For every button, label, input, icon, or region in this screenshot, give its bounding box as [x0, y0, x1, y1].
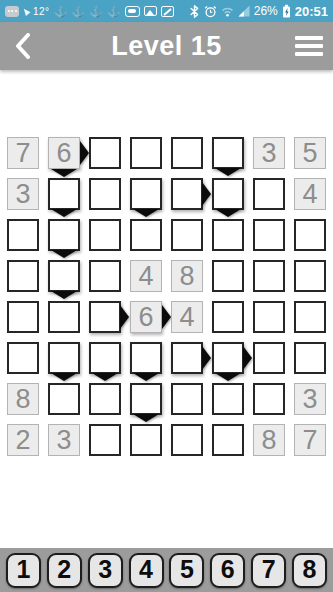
- cell-r7c6[interactable]: [212, 383, 244, 415]
- cell-r1c3[interactable]: [89, 137, 121, 169]
- cell-r7c2[interactable]: [48, 383, 80, 415]
- inequality-right-arrow: [202, 182, 211, 206]
- cell-r1c2: 6: [48, 137, 80, 169]
- cell-r5c8[interactable]: [294, 301, 326, 333]
- status-bar: 12°: [0, 0, 333, 22]
- number-button-7[interactable]: 7: [251, 553, 286, 588]
- cell-value: 2: [15, 427, 30, 454]
- inequality-right-arrow: [243, 346, 252, 370]
- cell-r5c6[interactable]: [212, 301, 244, 333]
- cell-r4c7[interactable]: [253, 260, 285, 292]
- alarm-icon: [204, 5, 217, 18]
- cell-r4c6[interactable]: [212, 260, 244, 292]
- anchor-icon: [71, 6, 85, 17]
- chat-notification-icon: [5, 6, 19, 17]
- cell-r3c8[interactable]: [294, 219, 326, 251]
- inequality-down-arrow: [133, 209, 159, 217]
- cell-r1c4[interactable]: [130, 137, 162, 169]
- cell-r2c4[interactable]: [130, 178, 162, 210]
- phone-screen: 12°: [0, 0, 333, 592]
- screenshot-icon: [125, 6, 140, 17]
- cell-r6c4[interactable]: [130, 342, 162, 374]
- wifi-icon: [221, 6, 234, 17]
- gallery-icon: [144, 6, 157, 16]
- number-button-6[interactable]: 6: [210, 553, 245, 588]
- cell-r6c6[interactable]: [212, 342, 244, 374]
- cell-value: 5: [302, 140, 317, 167]
- cell-r2c8: 4: [294, 178, 326, 210]
- bluetooth-icon: [189, 5, 200, 18]
- inequality-down-arrow: [51, 250, 77, 258]
- number-button-2[interactable]: 2: [47, 553, 82, 588]
- number-button-4[interactable]: 4: [129, 553, 164, 588]
- cell-r7c4[interactable]: [130, 383, 162, 415]
- cell-r4c2[interactable]: [48, 260, 80, 292]
- cell-r4c5: 8: [171, 260, 203, 292]
- cell-r3c4[interactable]: [130, 219, 162, 251]
- cell-r1c6[interactable]: [212, 137, 244, 169]
- battery-percent: 26%: [254, 4, 278, 18]
- status-bar-left: 12°: [5, 6, 174, 17]
- cell-r2c7[interactable]: [253, 178, 285, 210]
- cell-r4c3[interactable]: [89, 260, 121, 292]
- inequality-down-arrow: [215, 209, 241, 217]
- app-header: Level 15: [0, 22, 333, 70]
- cell-value: 3: [261, 140, 276, 167]
- cell-r3c2[interactable]: [48, 219, 80, 251]
- number-button-1[interactable]: 1: [6, 553, 41, 588]
- cellular-signal-icon: [238, 5, 250, 17]
- cell-r8c2: 3: [48, 424, 80, 456]
- cell-value: 4: [138, 263, 153, 290]
- cell-value: 7: [302, 427, 317, 454]
- cell-r6c3[interactable]: [89, 342, 121, 374]
- anchor-icon: [89, 6, 103, 17]
- cell-r7c1: 8: [7, 383, 39, 415]
- inequality-down-arrow: [51, 373, 77, 381]
- cell-r2c5[interactable]: [171, 178, 203, 210]
- nav-arrow-icon: [21, 6, 30, 15]
- status-bar-right: 26% 20:51: [189, 4, 328, 19]
- cell-r5c3[interactable]: [89, 301, 121, 333]
- cell-value: 8: [15, 386, 30, 413]
- cell-r3c7[interactable]: [253, 219, 285, 251]
- cell-r4c8[interactable]: [294, 260, 326, 292]
- cell-r6c8[interactable]: [294, 342, 326, 374]
- inequality-down-arrow: [92, 373, 118, 381]
- cell-r8c3[interactable]: [89, 424, 121, 456]
- cell-r3c3[interactable]: [89, 219, 121, 251]
- number-button-8[interactable]: 8: [292, 553, 327, 588]
- anchor-icon: [107, 6, 121, 17]
- menu-button[interactable]: [285, 22, 333, 70]
- cell-value: 8: [179, 263, 194, 290]
- cell-value: 3: [56, 427, 71, 454]
- cell-value: 8: [261, 427, 276, 454]
- cell-r6c7[interactable]: [253, 342, 285, 374]
- temperature-label: 12°: [33, 6, 50, 17]
- cell-r6c5[interactable]: [171, 342, 203, 374]
- inequality-down-arrow: [215, 168, 241, 176]
- inequality-right-arrow: [202, 346, 211, 370]
- cell-r2c6[interactable]: [212, 178, 244, 210]
- number-button-5[interactable]: 5: [169, 553, 204, 588]
- cell-r2c1: 3: [7, 178, 39, 210]
- menu-icon: [295, 36, 323, 40]
- number-button-3[interactable]: 3: [88, 553, 123, 588]
- cell-value: 4: [302, 181, 317, 208]
- inequality-down-arrow: [51, 169, 77, 177]
- inequality-down-arrow: [51, 291, 77, 299]
- inequality-down-arrow: [133, 373, 159, 381]
- inequality-down-arrow: [215, 373, 241, 381]
- cell-r7c3[interactable]: [89, 383, 121, 415]
- cell-r5c2[interactable]: [48, 301, 80, 333]
- cell-r8c8: 7: [294, 424, 326, 456]
- inequality-down-arrow: [133, 414, 159, 422]
- cell-value: 4: [179, 304, 194, 331]
- cell-r5c7[interactable]: [253, 301, 285, 333]
- cell-r8c4[interactable]: [130, 424, 162, 456]
- cell-r6c2[interactable]: [48, 342, 80, 374]
- cell-r1c7: 3: [253, 137, 285, 169]
- cell-r4c4: 4: [130, 260, 162, 292]
- inequality-right-arrow: [162, 305, 171, 329]
- cell-value: 3: [15, 181, 30, 208]
- cell-r5c4: 6: [130, 301, 162, 333]
- cell-r2c3[interactable]: [89, 178, 121, 210]
- cell-r2c2[interactable]: [48, 178, 80, 210]
- number-pad: 12345678: [0, 548, 333, 592]
- cell-r1c1: 7: [7, 137, 39, 169]
- anchor-icon: [54, 6, 68, 17]
- back-button[interactable]: [0, 22, 46, 70]
- cell-r3c6[interactable]: [212, 219, 244, 251]
- cell-r4c1[interactable]: [7, 260, 39, 292]
- cell-r6c1[interactable]: [7, 342, 39, 374]
- back-chevron-icon: [15, 33, 31, 59]
- cell-r5c1[interactable]: [7, 301, 39, 333]
- cell-r1c5[interactable]: [171, 137, 203, 169]
- cell-r3c5[interactable]: [171, 219, 203, 251]
- cell-r7c7[interactable]: [253, 383, 285, 415]
- clock: 20:51: [295, 4, 328, 19]
- cell-r8c6[interactable]: [212, 424, 244, 456]
- cell-value: 7: [15, 140, 30, 167]
- cell-r7c5[interactable]: [171, 383, 203, 415]
- cell-r1c8: 5: [294, 137, 326, 169]
- page-title: Level 15: [0, 31, 333, 62]
- inequality-down-arrow: [51, 209, 77, 217]
- photo-edit-icon: [161, 6, 174, 17]
- cell-value: 6: [56, 140, 71, 167]
- battery-charging-icon: [282, 4, 291, 18]
- cell-r8c1: 2: [7, 424, 39, 456]
- futoshiki-board: 7635344864832387: [7, 137, 326, 456]
- cell-r3c1[interactable]: [7, 219, 39, 251]
- content-area: 7635344864832387: [0, 70, 333, 548]
- cell-value: 6: [138, 304, 153, 331]
- inequality-right-arrow: [80, 141, 89, 165]
- cell-r5c5: 4: [171, 301, 203, 333]
- cell-r7c8: 3: [294, 383, 326, 415]
- inequality-right-arrow: [120, 305, 129, 329]
- cell-value: 3: [302, 386, 317, 413]
- cell-r8c7: 8: [253, 424, 285, 456]
- cell-r8c5[interactable]: [171, 424, 203, 456]
